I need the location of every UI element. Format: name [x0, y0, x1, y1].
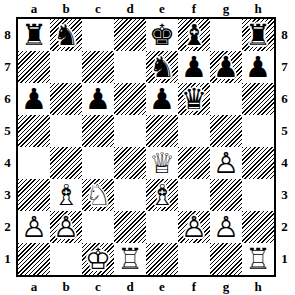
- piece-white-pawn: ♟♙: [18, 211, 50, 243]
- file-label-e: e: [146, 279, 178, 295]
- square-f6[interactable]: ♛: [178, 83, 210, 115]
- square-e3[interactable]: ♝♗: [146, 179, 178, 211]
- square-h1[interactable]: ♜♖: [242, 243, 274, 275]
- square-b8[interactable]: ♞: [50, 19, 82, 51]
- rank-label-2: 2: [277, 211, 292, 243]
- white-king-icon: ♔: [82, 243, 114, 275]
- square-h3[interactable]: [242, 179, 274, 211]
- rank-labels-right: 87654321: [277, 19, 292, 275]
- square-f4[interactable]: [178, 147, 210, 179]
- square-e8[interactable]: ♚: [146, 19, 178, 51]
- white-queen-icon: ♕: [146, 147, 178, 179]
- file-label-b: b: [50, 1, 82, 17]
- square-g3[interactable]: [210, 179, 242, 211]
- file-label-c: c: [82, 279, 114, 295]
- square-c1[interactable]: ♚♔: [82, 243, 114, 275]
- piece-black-pawn: ♟: [18, 83, 50, 115]
- piece-white-pawn: ♟♙: [210, 147, 242, 179]
- piece-white-pawn: ♟♙: [178, 211, 210, 243]
- square-d8[interactable]: [114, 19, 146, 51]
- piece-black-knight: ♞: [146, 51, 178, 83]
- square-c4[interactable]: [82, 147, 114, 179]
- file-label-a: a: [18, 279, 50, 295]
- rank-label-7: 7: [0, 51, 15, 83]
- rank-label-6: 6: [277, 83, 292, 115]
- square-g2[interactable]: ♟♙: [210, 211, 242, 243]
- black-pawn-icon: ♟: [146, 83, 178, 115]
- square-a6[interactable]: ♟: [18, 83, 50, 115]
- piece-black-rook: ♜: [242, 19, 274, 51]
- square-a3[interactable]: [18, 179, 50, 211]
- square-c5[interactable]: [82, 115, 114, 147]
- square-f1[interactable]: [178, 243, 210, 275]
- rank-label-5: 5: [0, 115, 15, 147]
- square-e6[interactable]: ♟: [146, 83, 178, 115]
- square-d2[interactable]: [114, 211, 146, 243]
- rank-label-8: 8: [277, 19, 292, 51]
- square-a1[interactable]: [18, 243, 50, 275]
- file-label-h: h: [242, 279, 274, 295]
- square-e7[interactable]: ♞: [146, 51, 178, 83]
- rank-label-1: 1: [0, 243, 15, 275]
- piece-white-bishop: ♝♗: [146, 179, 178, 211]
- square-h8[interactable]: ♜: [242, 19, 274, 51]
- black-knight-icon: ♞: [50, 19, 82, 51]
- rank-label-6: 6: [0, 83, 15, 115]
- rank-label-4: 4: [277, 147, 292, 179]
- white-rook-icon: ♖: [114, 243, 146, 275]
- white-pawn-icon: ♙: [50, 211, 82, 243]
- rank-label-3: 3: [0, 179, 15, 211]
- piece-white-pawn: ♟♙: [50, 211, 82, 243]
- file-label-b: b: [50, 279, 82, 295]
- square-e1[interactable]: [146, 243, 178, 275]
- piece-black-pawn: ♟: [146, 83, 178, 115]
- file-label-e: e: [146, 1, 178, 17]
- square-g1[interactable]: [210, 243, 242, 275]
- piece-white-king: ♚♔: [82, 243, 114, 275]
- file-label-d: d: [114, 279, 146, 295]
- square-b2[interactable]: ♟♙: [50, 211, 82, 243]
- piece-black-rook: ♜: [18, 19, 50, 51]
- square-d6[interactable]: [114, 83, 146, 115]
- square-g8[interactable]: [210, 19, 242, 51]
- white-rook-icon: ♖: [242, 243, 274, 275]
- piece-white-queen: ♛♕: [146, 147, 178, 179]
- rank-label-2: 2: [0, 211, 15, 243]
- square-c2[interactable]: [82, 211, 114, 243]
- square-b6[interactable]: [50, 83, 82, 115]
- square-d4[interactable]: [114, 147, 146, 179]
- file-label-d: d: [114, 1, 146, 17]
- chess-board: ♜♞♚♝♜♞♟♟♟♟♟♟♛♛♕♟♙♝♗♞♘♝♗♟♙♟♙♟♙♟♙♚♔♜♖♜♖: [16, 17, 276, 277]
- white-pawn-icon: ♙: [210, 211, 242, 243]
- square-b4[interactable]: [50, 147, 82, 179]
- black-rook-icon: ♜: [242, 19, 274, 51]
- file-label-f: f: [178, 279, 210, 295]
- square-a8[interactable]: ♜: [18, 19, 50, 51]
- piece-black-pawn: ♟: [178, 51, 210, 83]
- file-label-c: c: [82, 1, 114, 17]
- file-label-h: h: [242, 1, 274, 17]
- white-bishop-icon: ♗: [50, 179, 82, 211]
- square-g5[interactable]: [210, 115, 242, 147]
- square-b1[interactable]: [50, 243, 82, 275]
- square-a7[interactable]: [18, 51, 50, 83]
- rank-label-5: 5: [277, 115, 292, 147]
- white-pawn-icon: ♙: [210, 147, 242, 179]
- white-pawn-icon: ♙: [178, 211, 210, 243]
- square-g7[interactable]: ♟: [210, 51, 242, 83]
- square-g6[interactable]: [210, 83, 242, 115]
- piece-white-rook: ♜♖: [242, 243, 274, 275]
- piece-white-pawn: ♟♙: [210, 211, 242, 243]
- file-label-a: a: [18, 1, 50, 17]
- piece-black-pawn: ♟: [210, 51, 242, 83]
- file-label-g: g: [210, 279, 242, 295]
- square-a4[interactable]: [18, 147, 50, 179]
- black-queen-icon: ♛: [178, 83, 210, 115]
- rank-label-4: 4: [0, 147, 15, 179]
- black-pawn-icon: ♟: [178, 51, 210, 83]
- black-pawn-icon: ♟: [210, 51, 242, 83]
- piece-black-pawn: ♟: [82, 83, 114, 115]
- square-d1[interactable]: ♜♖: [114, 243, 146, 275]
- square-d5[interactable]: [114, 115, 146, 147]
- piece-black-pawn: ♟: [242, 51, 274, 83]
- file-labels-bottom: abcdefgh: [18, 279, 274, 295]
- black-knight-icon: ♞: [146, 51, 178, 83]
- square-e5[interactable]: [146, 115, 178, 147]
- square-h2[interactable]: [242, 211, 274, 243]
- square-h7[interactable]: ♟: [242, 51, 274, 83]
- square-e4[interactable]: ♛♕: [146, 147, 178, 179]
- square-d7[interactable]: [114, 51, 146, 83]
- white-bishop-icon: ♗: [146, 179, 178, 211]
- chess-diagram: abcdefgh 87654321 ♜♞♚♝♜♞♟♟♟♟♟♟♛♛♕♟♙♝♗♞♘♝…: [0, 0, 295, 295]
- square-c6[interactable]: ♟: [82, 83, 114, 115]
- square-f2[interactable]: ♟♙: [178, 211, 210, 243]
- rank-label-1: 1: [277, 243, 292, 275]
- square-h5[interactable]: [242, 115, 274, 147]
- file-label-g: g: [210, 1, 242, 17]
- black-pawn-icon: ♟: [242, 51, 274, 83]
- square-e2[interactable]: [146, 211, 178, 243]
- square-h6[interactable]: [242, 83, 274, 115]
- piece-black-bishop: ♝: [178, 19, 210, 51]
- piece-black-king: ♚: [146, 19, 178, 51]
- file-labels-top: abcdefgh: [18, 1, 274, 17]
- square-f8[interactable]: ♝: [178, 19, 210, 51]
- square-h4[interactable]: [242, 147, 274, 179]
- black-rook-icon: ♜: [18, 19, 50, 51]
- piece-white-bishop: ♝♗: [50, 179, 82, 211]
- square-c8[interactable]: [82, 19, 114, 51]
- square-g4[interactable]: ♟♙: [210, 147, 242, 179]
- square-d3[interactable]: [114, 179, 146, 211]
- rank-label-3: 3: [277, 179, 292, 211]
- black-king-icon: ♚: [146, 19, 178, 51]
- piece-white-rook: ♜♖: [114, 243, 146, 275]
- rank-label-7: 7: [277, 51, 292, 83]
- piece-white-knight: ♞♘: [82, 179, 114, 211]
- white-pawn-icon: ♙: [18, 211, 50, 243]
- file-label-f: f: [178, 1, 210, 17]
- rank-labels-left: 87654321: [0, 19, 15, 275]
- square-b3[interactable]: ♝♗: [50, 179, 82, 211]
- square-b7[interactable]: [50, 51, 82, 83]
- piece-black-knight: ♞: [50, 19, 82, 51]
- square-a5[interactable]: [18, 115, 50, 147]
- rank-label-8: 8: [0, 19, 15, 51]
- black-bishop-icon: ♝: [178, 19, 210, 51]
- black-pawn-icon: ♟: [82, 83, 114, 115]
- square-f5[interactable]: [178, 115, 210, 147]
- white-knight-icon: ♘: [82, 179, 114, 211]
- piece-black-queen: ♛: [178, 83, 210, 115]
- square-f3[interactable]: [178, 179, 210, 211]
- black-pawn-icon: ♟: [18, 83, 50, 115]
- square-b5[interactable]: [50, 115, 82, 147]
- square-c7[interactable]: [82, 51, 114, 83]
- square-f7[interactable]: ♟: [178, 51, 210, 83]
- square-c3[interactable]: ♞♘: [82, 179, 114, 211]
- square-a2[interactable]: ♟♙: [18, 211, 50, 243]
